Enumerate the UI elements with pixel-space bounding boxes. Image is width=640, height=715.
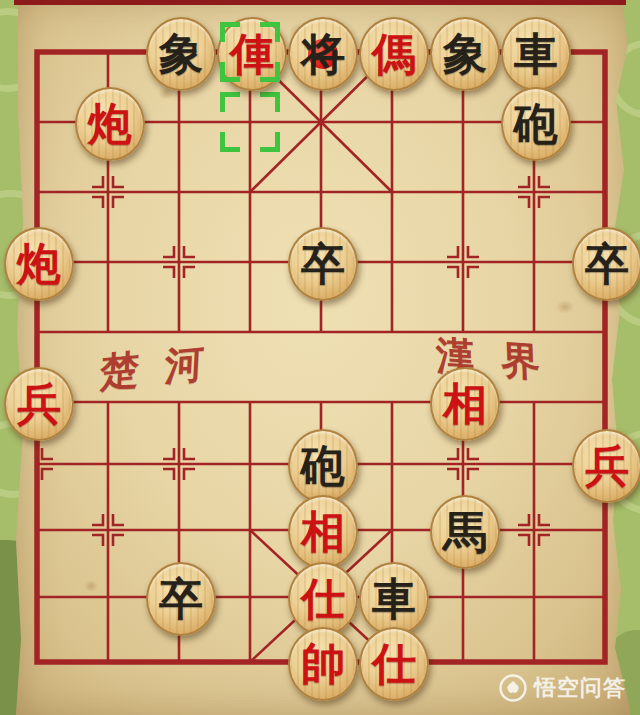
xiangqi-app-screen: 楚河 漢界 象俥将傌象車炮砲炮卒卒兵相砲兵相馬卒仕車帥仕 悟空问答 (0, 0, 640, 715)
piece-glyph: 兵 (17, 382, 61, 426)
river-label-chu-he: 楚河 (99, 334, 231, 400)
piece-red-advisor[interactable]: 仕 (359, 627, 429, 701)
piece-glyph: 炮 (88, 102, 132, 146)
piece-glyph: 卒 (585, 242, 629, 286)
piece-red-soldier[interactable]: 兵 (4, 367, 74, 441)
piece-glyph: 馬 (443, 510, 487, 554)
piece-red-chariot[interactable]: 俥 (217, 17, 287, 91)
piece-glyph: 卒 (301, 242, 345, 286)
piece-glyph: 兵 (585, 444, 629, 488)
piece-red-elephant[interactable]: 相 (288, 495, 358, 569)
piece-black-elephant[interactable]: 象 (146, 17, 216, 91)
piece-black-general[interactable]: 将 (288, 17, 358, 91)
wukong-qa-logo-icon (498, 673, 528, 703)
piece-glyph: 象 (159, 32, 203, 76)
piece-red-horse[interactable]: 傌 (359, 17, 429, 91)
piece-glyph: 象 (443, 32, 487, 76)
piece-glyph: 相 (443, 382, 487, 426)
piece-black-cannon[interactable]: 砲 (288, 429, 358, 503)
piece-black-soldier[interactable]: 卒 (146, 562, 216, 636)
piece-red-cannon[interactable]: 炮 (4, 227, 74, 301)
piece-glyph: 砲 (301, 444, 345, 488)
piece-black-cannon[interactable]: 砲 (501, 87, 571, 161)
piece-glyph: 炮 (17, 242, 61, 286)
piece-glyph: 相 (301, 510, 345, 554)
piece-red-general[interactable]: 帥 (288, 627, 358, 701)
piece-black-soldier[interactable]: 卒 (572, 227, 640, 301)
piece-glyph: 砲 (514, 102, 558, 146)
piece-red-elephant[interactable]: 相 (430, 367, 500, 441)
piece-glyph: 仕 (301, 577, 345, 621)
piece-red-advisor[interactable]: 仕 (288, 562, 358, 636)
piece-glyph: 卒 (159, 577, 203, 621)
piece-black-chariot[interactable]: 車 (501, 17, 571, 91)
piece-red-cannon[interactable]: 炮 (75, 87, 145, 161)
piece-glyph: 車 (514, 32, 558, 76)
watermark: 悟空问答 (498, 673, 626, 703)
piece-glyph: 将 (301, 32, 345, 76)
piece-black-soldier[interactable]: 卒 (288, 227, 358, 301)
piece-glyph: 俥 (230, 32, 274, 76)
piece-glyph: 帥 (301, 642, 345, 686)
piece-black-horse[interactable]: 馬 (430, 495, 500, 569)
piece-black-chariot[interactable]: 車 (359, 562, 429, 636)
piece-glyph: 車 (372, 577, 416, 621)
piece-red-soldier[interactable]: 兵 (572, 429, 640, 503)
watermark-text: 悟空问答 (534, 673, 626, 703)
piece-glyph: 仕 (372, 642, 416, 686)
piece-glyph: 傌 (372, 32, 416, 76)
piece-black-elephant[interactable]: 象 (430, 17, 500, 91)
